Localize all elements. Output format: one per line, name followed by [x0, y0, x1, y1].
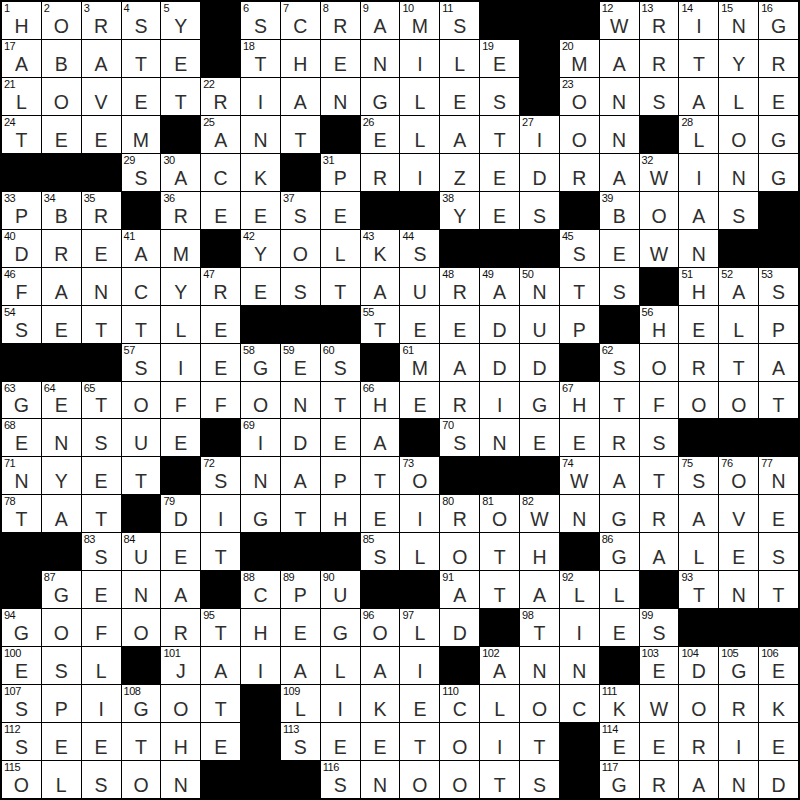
cell-r14c14[interactable]: 82W: [520, 495, 559, 532]
cell-r11c20[interactable]: T: [759, 382, 798, 419]
cell-r15c13[interactable]: T: [480, 533, 519, 570]
cell-r9c1[interactable]: 54S: [2, 306, 41, 343]
cell-r4c6[interactable]: 25A: [201, 116, 240, 153]
cell-r21c5[interactable]: N: [161, 761, 200, 798]
cell-r3c3[interactable]: V: [82, 78, 121, 115]
cell-r8c14[interactable]: 50N: [520, 268, 559, 305]
cell-r2c16[interactable]: A: [600, 40, 639, 77]
cell-r20c20[interactable]: E: [759, 723, 798, 760]
cell-r14c5[interactable]: 79D: [161, 495, 200, 532]
cell-r1c17[interactable]: 13R: [640, 2, 679, 39]
cell-r13c19[interactable]: 76O: [719, 457, 758, 494]
cell-r6c12[interactable]: 38Y: [440, 192, 479, 229]
cell-r8c13[interactable]: 49A: [480, 268, 519, 305]
cell-r8c20[interactable]: 53S: [759, 268, 798, 305]
cell-r12c3[interactable]: S: [82, 419, 121, 456]
cell-r18c5[interactable]: 101J: [161, 647, 200, 684]
cell-r8c2[interactable]: A: [42, 268, 81, 305]
cell-r19c3[interactable]: I: [82, 685, 121, 722]
cell-r10c9[interactable]: 60S: [321, 344, 360, 381]
cell-r14c11[interactable]: I: [400, 495, 439, 532]
cell-r6c18[interactable]: A: [679, 192, 718, 229]
cell-r11c16[interactable]: T: [600, 382, 639, 419]
cell-r1c12[interactable]: 11S: [440, 2, 479, 39]
cell-r16c14[interactable]: A: [520, 571, 559, 608]
cell-r17c1[interactable]: 94G: [2, 609, 41, 646]
cell-r21c12[interactable]: O: [440, 761, 479, 798]
cell-r10c18[interactable]: R: [679, 344, 718, 381]
cell-r11c5[interactable]: F: [161, 382, 200, 419]
cell-r18c6[interactable]: A: [201, 647, 240, 684]
cell-r20c1[interactable]: 112S: [2, 723, 41, 760]
cell-r8c16[interactable]: S: [600, 268, 639, 305]
cell-r1c20[interactable]: 16G: [759, 2, 798, 39]
cell-r16c9[interactable]: 90U: [321, 571, 360, 608]
cell-r1c10[interactable]: 9A: [361, 2, 400, 39]
cell-r4c10[interactable]: 26E: [361, 116, 400, 153]
cell-r9c12[interactable]: E: [440, 306, 479, 343]
cell-r16c7[interactable]: 88C: [241, 571, 280, 608]
cell-r19c2[interactable]: P: [42, 685, 81, 722]
cell-r11c11[interactable]: E: [400, 382, 439, 419]
cell-r3c13[interactable]: S: [480, 78, 519, 115]
cell-r1c11[interactable]: 10M: [400, 2, 439, 39]
cell-r5c10[interactable]: R: [361, 154, 400, 191]
cell-r11c14[interactable]: G: [520, 382, 559, 419]
cell-r7c10[interactable]: 43K: [361, 230, 400, 267]
cell-r18c8[interactable]: A: [281, 647, 320, 684]
cell-r9c5[interactable]: L: [161, 306, 200, 343]
cell-r3c2[interactable]: O: [42, 78, 81, 115]
cell-r7c2[interactable]: R: [42, 230, 81, 267]
cell-r5c18[interactable]: I: [679, 154, 718, 191]
cell-r4c11[interactable]: L: [400, 116, 439, 153]
cell-r8c10[interactable]: A: [361, 268, 400, 305]
cell-r18c14[interactable]: N: [520, 647, 559, 684]
cell-r2c17[interactable]: R: [640, 40, 679, 77]
cell-r20c11[interactable]: T: [400, 723, 439, 760]
cell-r11c10[interactable]: 66H: [361, 382, 400, 419]
cell-r8c8[interactable]: S: [281, 268, 320, 305]
cell-r12c13[interactable]: N: [480, 419, 519, 456]
cell-r21c2[interactable]: L: [42, 761, 81, 798]
cell-r5c6[interactable]: C: [201, 154, 240, 191]
cell-r19c1[interactable]: 107S: [2, 685, 41, 722]
cell-r4c14[interactable]: 27I: [520, 116, 559, 153]
cell-r11c2[interactable]: 64E: [42, 382, 81, 419]
cell-r16c8[interactable]: 89P: [281, 571, 320, 608]
cell-r7c4[interactable]: 41A: [122, 230, 161, 267]
cell-r14c1[interactable]: 78T: [2, 495, 41, 532]
cell-r21c17[interactable]: R: [640, 761, 679, 798]
cell-r7c9[interactable]: L: [321, 230, 360, 267]
cell-r14c16[interactable]: G: [600, 495, 639, 532]
cell-r20c19[interactable]: I: [719, 723, 758, 760]
cell-r7c3[interactable]: E: [82, 230, 121, 267]
cell-r5c4[interactable]: 29S: [122, 154, 161, 191]
cell-r2c5[interactable]: E: [161, 40, 200, 77]
cell-r19c14[interactable]: O: [520, 685, 559, 722]
cell-r8c12[interactable]: 48R: [440, 268, 479, 305]
cell-r6c16[interactable]: 39B: [600, 192, 639, 229]
cell-r4c16[interactable]: N: [600, 116, 639, 153]
cell-r2c4[interactable]: T: [122, 40, 161, 77]
cell-r12c5[interactable]: E: [161, 419, 200, 456]
cell-r3c15[interactable]: 23O: [560, 78, 599, 115]
cell-r18c2[interactable]: S: [42, 647, 81, 684]
cell-r19c18[interactable]: O: [679, 685, 718, 722]
cell-r10c14[interactable]: D: [520, 344, 559, 381]
cell-r9c2[interactable]: E: [42, 306, 81, 343]
cell-r4c19[interactable]: O: [719, 116, 758, 153]
cell-r5c11[interactable]: I: [400, 154, 439, 191]
cell-r21c4[interactable]: O: [122, 761, 161, 798]
cell-r5c13[interactable]: E: [480, 154, 519, 191]
cell-r13c3[interactable]: E: [82, 457, 121, 494]
cell-r4c20[interactable]: G: [759, 116, 798, 153]
cell-r6c9[interactable]: E: [321, 192, 360, 229]
cell-r1c2[interactable]: 2O: [42, 2, 81, 39]
cell-r15c18[interactable]: L: [679, 533, 718, 570]
cell-r21c20[interactable]: D: [759, 761, 798, 798]
cell-r20c13[interactable]: I: [480, 723, 519, 760]
cell-r18c18[interactable]: 104D: [679, 647, 718, 684]
cell-r11c17[interactable]: F: [640, 382, 679, 419]
cell-r14c9[interactable]: H: [321, 495, 360, 532]
cell-r4c7[interactable]: N: [241, 116, 280, 153]
cell-r19c19[interactable]: R: [719, 685, 758, 722]
cell-r3c17[interactable]: S: [640, 78, 679, 115]
cell-r13c2[interactable]: Y: [42, 457, 81, 494]
cell-r18c10[interactable]: A: [361, 647, 400, 684]
cell-r15c4[interactable]: 84U: [122, 533, 161, 570]
cell-r9c17[interactable]: 56H: [640, 306, 679, 343]
cell-r14c18[interactable]: A: [679, 495, 718, 532]
cell-r1c1[interactable]: 1H: [2, 2, 41, 39]
cell-r20c10[interactable]: E: [361, 723, 400, 760]
cell-r17c2[interactable]: O: [42, 609, 81, 646]
cell-r17c6[interactable]: 95T: [201, 609, 240, 646]
cell-r20c4[interactable]: T: [122, 723, 161, 760]
cell-r14c12[interactable]: 80R: [440, 495, 479, 532]
cell-r13c17[interactable]: T: [640, 457, 679, 494]
cell-r19c15[interactable]: C: [560, 685, 599, 722]
cell-r20c14[interactable]: T: [520, 723, 559, 760]
cell-r16c3[interactable]: E: [82, 571, 121, 608]
cell-r9c11[interactable]: E: [400, 306, 439, 343]
cell-r15c19[interactable]: E: [719, 533, 758, 570]
cell-r2c1[interactable]: 17A: [2, 40, 41, 77]
cell-r19c8[interactable]: 109L: [281, 685, 320, 722]
cell-r21c10[interactable]: N: [361, 761, 400, 798]
cell-r1c18[interactable]: 14I: [679, 2, 718, 39]
cell-r4c4[interactable]: M: [122, 116, 161, 153]
cell-r4c3[interactable]: E: [82, 116, 121, 153]
cell-r21c19[interactable]: N: [719, 761, 758, 798]
cell-r8c19[interactable]: 52A: [719, 268, 758, 305]
cell-r5c7[interactable]: K: [241, 154, 280, 191]
cell-r5c16[interactable]: A: [600, 154, 639, 191]
cell-r3c16[interactable]: N: [600, 78, 639, 115]
cell-r21c13[interactable]: T: [480, 761, 519, 798]
cell-r12c8[interactable]: D: [281, 419, 320, 456]
cell-r12c16[interactable]: R: [600, 419, 639, 456]
cell-r21c14[interactable]: S: [520, 761, 559, 798]
cell-r12c9[interactable]: E: [321, 419, 360, 456]
cell-r10c5[interactable]: I: [161, 344, 200, 381]
cell-r15c20[interactable]: S: [759, 533, 798, 570]
cell-r14c10[interactable]: E: [361, 495, 400, 532]
cell-r19c12[interactable]: 110C: [440, 685, 479, 722]
cell-r12c14[interactable]: E: [520, 419, 559, 456]
cell-r2c11[interactable]: I: [400, 40, 439, 77]
cell-r6c1[interactable]: 33P: [2, 192, 41, 229]
cell-r3c5[interactable]: T: [161, 78, 200, 115]
cell-r1c19[interactable]: 15N: [719, 2, 758, 39]
cell-r13c7[interactable]: N: [241, 457, 280, 494]
cell-r14c17[interactable]: R: [640, 495, 679, 532]
cell-r17c17[interactable]: 99S: [640, 609, 679, 646]
cell-r1c9[interactable]: 8R: [321, 2, 360, 39]
cell-r17c4[interactable]: O: [122, 609, 161, 646]
cell-r5c15[interactable]: R: [560, 154, 599, 191]
cell-r12c12[interactable]: 70S: [440, 419, 479, 456]
cell-r14c15[interactable]: N: [560, 495, 599, 532]
cell-r2c15[interactable]: 20M: [560, 40, 599, 77]
cell-r12c17[interactable]: S: [640, 419, 679, 456]
cell-r16c18[interactable]: 93T: [679, 571, 718, 608]
cell-r2c10[interactable]: N: [361, 40, 400, 77]
cell-r9c20[interactable]: P: [759, 306, 798, 343]
cell-r17c7[interactable]: H: [241, 609, 280, 646]
cell-r15c3[interactable]: 83S: [82, 533, 121, 570]
cell-r13c10[interactable]: T: [361, 457, 400, 494]
cell-r18c11[interactable]: I: [400, 647, 439, 684]
cell-r9c13[interactable]: D: [480, 306, 519, 343]
cell-r11c7[interactable]: O: [241, 382, 280, 419]
cell-r18c3[interactable]: L: [82, 647, 121, 684]
cell-r20c16[interactable]: 114E: [600, 723, 639, 760]
cell-r6c13[interactable]: E: [480, 192, 519, 229]
cell-r12c7[interactable]: 69I: [241, 419, 280, 456]
cell-r19c6[interactable]: T: [201, 685, 240, 722]
cell-r11c13[interactable]: I: [480, 382, 519, 419]
cell-r14c7[interactable]: G: [241, 495, 280, 532]
cell-r12c10[interactable]: A: [361, 419, 400, 456]
cell-r14c3[interactable]: T: [82, 495, 121, 532]
cell-r2c7[interactable]: 18T: [241, 40, 280, 77]
cell-r10c19[interactable]: T: [719, 344, 758, 381]
cell-r4c12[interactable]: A: [440, 116, 479, 153]
cell-r1c16[interactable]: 12W: [600, 2, 639, 39]
cell-r2c9[interactable]: E: [321, 40, 360, 77]
cell-r15c12[interactable]: O: [440, 533, 479, 570]
cell-r17c10[interactable]: 96O: [361, 609, 400, 646]
cell-r3c6[interactable]: 22R: [201, 78, 240, 115]
cell-r20c2[interactable]: E: [42, 723, 81, 760]
cell-r4c1[interactable]: 24T: [2, 116, 41, 153]
cell-r9c14[interactable]: U: [520, 306, 559, 343]
cell-r13c1[interactable]: 71N: [2, 457, 41, 494]
cell-r5c19[interactable]: N: [719, 154, 758, 191]
cell-r20c12[interactable]: O: [440, 723, 479, 760]
cell-r17c11[interactable]: 97L: [400, 609, 439, 646]
cell-r17c16[interactable]: E: [600, 609, 639, 646]
cell-r6c5[interactable]: 36R: [161, 192, 200, 229]
cell-r3c1[interactable]: 21L: [2, 78, 41, 115]
cell-r2c19[interactable]: Y: [719, 40, 758, 77]
cell-r16c15[interactable]: 92L: [560, 571, 599, 608]
cell-r19c17[interactable]: W: [640, 685, 679, 722]
cell-r16c5[interactable]: A: [161, 571, 200, 608]
cell-r6c19[interactable]: S: [719, 192, 758, 229]
cell-r8c18[interactable]: 51H: [679, 268, 718, 305]
cell-r13c4[interactable]: T: [122, 457, 161, 494]
cell-r19c10[interactable]: K: [361, 685, 400, 722]
cell-r6c3[interactable]: 35R: [82, 192, 121, 229]
cell-r4c15[interactable]: O: [560, 116, 599, 153]
cell-r7c8[interactable]: O: [281, 230, 320, 267]
cell-r9c19[interactable]: L: [719, 306, 758, 343]
cell-r11c18[interactable]: O: [679, 382, 718, 419]
cell-r3c12[interactable]: E: [440, 78, 479, 115]
cell-r11c9[interactable]: T: [321, 382, 360, 419]
cell-r12c4[interactable]: U: [122, 419, 161, 456]
cell-r15c14[interactable]: H: [520, 533, 559, 570]
cell-r6c14[interactable]: S: [520, 192, 559, 229]
cell-r10c6[interactable]: E: [201, 344, 240, 381]
cell-r3c10[interactable]: G: [361, 78, 400, 115]
cell-r21c1[interactable]: 115O: [2, 761, 41, 798]
cell-r3c20[interactable]: E: [759, 78, 798, 115]
cell-r17c14[interactable]: 98T: [520, 609, 559, 646]
cell-r18c13[interactable]: 102A: [480, 647, 519, 684]
cell-r11c12[interactable]: R: [440, 382, 479, 419]
cell-r15c11[interactable]: L: [400, 533, 439, 570]
cell-r21c18[interactable]: A: [679, 761, 718, 798]
cell-r20c9[interactable]: E: [321, 723, 360, 760]
cell-r14c8[interactable]: T: [281, 495, 320, 532]
cell-r7c1[interactable]: 40D: [2, 230, 41, 267]
cell-r9c4[interactable]: T: [122, 306, 161, 343]
cell-r11c1[interactable]: 63G: [2, 382, 41, 419]
cell-r9c3[interactable]: T: [82, 306, 121, 343]
cell-r17c9[interactable]: G: [321, 609, 360, 646]
cell-r2c20[interactable]: R: [759, 40, 798, 77]
cell-r8c6[interactable]: 47R: [201, 268, 240, 305]
cell-r6c2[interactable]: 34B: [42, 192, 81, 229]
cell-r8c4[interactable]: C: [122, 268, 161, 305]
cell-r3c8[interactable]: A: [281, 78, 320, 115]
cell-r18c7[interactable]: I: [241, 647, 280, 684]
cell-r18c15[interactable]: N: [560, 647, 599, 684]
cell-r5c14[interactable]: D: [520, 154, 559, 191]
cell-r17c15[interactable]: I: [560, 609, 599, 646]
cell-r18c20[interactable]: 106E: [759, 647, 798, 684]
cell-r11c15[interactable]: 67H: [560, 382, 599, 419]
cell-r15c5[interactable]: E: [161, 533, 200, 570]
cell-r19c9[interactable]: I: [321, 685, 360, 722]
cell-r13c8[interactable]: A: [281, 457, 320, 494]
cell-r5c12[interactable]: Z: [440, 154, 479, 191]
cell-r2c13[interactable]: 19E: [480, 40, 519, 77]
cell-r5c5[interactable]: 30A: [161, 154, 200, 191]
cell-r14c19[interactable]: V: [719, 495, 758, 532]
cell-r19c5[interactable]: O: [161, 685, 200, 722]
cell-r14c6[interactable]: I: [201, 495, 240, 532]
cell-r15c17[interactable]: A: [640, 533, 679, 570]
cell-r2c18[interactable]: T: [679, 40, 718, 77]
cell-r2c12[interactable]: L: [440, 40, 479, 77]
cell-r10c12[interactable]: A: [440, 344, 479, 381]
cell-r4c8[interactable]: T: [281, 116, 320, 153]
cell-r3c9[interactable]: N: [321, 78, 360, 115]
cell-r15c10[interactable]: 85S: [361, 533, 400, 570]
cell-r20c18[interactable]: R: [679, 723, 718, 760]
cell-r18c1[interactable]: 100E: [2, 647, 41, 684]
cell-r18c17[interactable]: 103E: [640, 647, 679, 684]
cell-r10c20[interactable]: A: [759, 344, 798, 381]
cell-r17c3[interactable]: F: [82, 609, 121, 646]
cell-r6c6[interactable]: E: [201, 192, 240, 229]
cell-r10c13[interactable]: D: [480, 344, 519, 381]
cell-r13c18[interactable]: 75S: [679, 457, 718, 494]
cell-r20c3[interactable]: E: [82, 723, 121, 760]
cell-r7c15[interactable]: 45S: [560, 230, 599, 267]
cell-r13c9[interactable]: P: [321, 457, 360, 494]
cell-r13c16[interactable]: A: [600, 457, 639, 494]
cell-r12c1[interactable]: 68E: [2, 419, 41, 456]
cell-r12c2[interactable]: N: [42, 419, 81, 456]
cell-r11c4[interactable]: O: [122, 382, 161, 419]
cell-r7c17[interactable]: W: [640, 230, 679, 267]
cell-r8c3[interactable]: N: [82, 268, 121, 305]
cell-r15c6[interactable]: T: [201, 533, 240, 570]
cell-r11c3[interactable]: 65T: [82, 382, 121, 419]
cell-r10c4[interactable]: 57S: [122, 344, 161, 381]
cell-r8c7[interactable]: E: [241, 268, 280, 305]
cell-r7c16[interactable]: E: [600, 230, 639, 267]
cell-r21c11[interactable]: O: [400, 761, 439, 798]
cell-r8c9[interactable]: T: [321, 268, 360, 305]
cell-r7c7[interactable]: 42Y: [241, 230, 280, 267]
cell-r15c16[interactable]: 86G: [600, 533, 639, 570]
cell-r16c4[interactable]: N: [122, 571, 161, 608]
cell-r14c13[interactable]: 81O: [480, 495, 519, 532]
cell-r13c20[interactable]: 77N: [759, 457, 798, 494]
cell-r16c16[interactable]: L: [600, 571, 639, 608]
cell-r20c5[interactable]: H: [161, 723, 200, 760]
cell-r7c11[interactable]: 44S: [400, 230, 439, 267]
cell-r8c5[interactable]: Y: [161, 268, 200, 305]
cell-r8c15[interactable]: T: [560, 268, 599, 305]
cell-r3c18[interactable]: A: [679, 78, 718, 115]
cell-r10c8[interactable]: 59E: [281, 344, 320, 381]
cell-r17c12[interactable]: D: [440, 609, 479, 646]
cell-r19c13[interactable]: L: [480, 685, 519, 722]
cell-r3c19[interactable]: L: [719, 78, 758, 115]
cell-r13c11[interactable]: 73O: [400, 457, 439, 494]
cell-r16c19[interactable]: N: [719, 571, 758, 608]
cell-r19c11[interactable]: E: [400, 685, 439, 722]
cell-r19c20[interactable]: K: [759, 685, 798, 722]
cell-r2c2[interactable]: B: [42, 40, 81, 77]
cell-r17c8[interactable]: E: [281, 609, 320, 646]
cell-r8c1[interactable]: 46F: [2, 268, 41, 305]
cell-r10c7[interactable]: 58G: [241, 344, 280, 381]
cell-r5c17[interactable]: 32W: [640, 154, 679, 191]
cell-r12c15[interactable]: E: [560, 419, 599, 456]
